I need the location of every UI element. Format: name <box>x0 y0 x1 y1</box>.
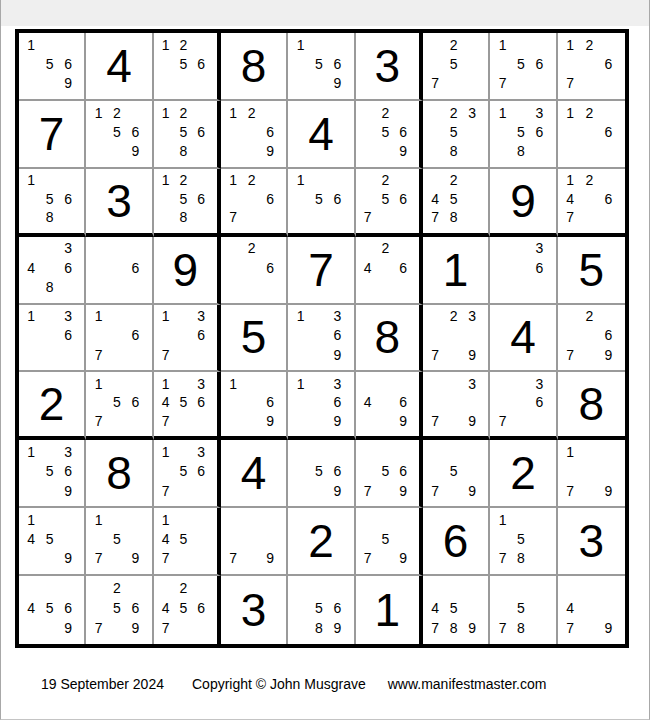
candidate-slot-empty <box>108 345 126 364</box>
cell-r8c7[interactable]: 6 <box>423 508 490 576</box>
candidate-slot-empty <box>512 258 530 277</box>
candidate-slot-empty <box>291 189 309 208</box>
candidate-slot-empty <box>261 171 279 190</box>
candidate-digit: 9 <box>599 345 618 364</box>
pencil-marks: 1269 <box>221 101 286 167</box>
pencil-marks: 367 <box>490 372 555 436</box>
candidate-digit: 1 <box>291 171 309 190</box>
cell-r5c4[interactable]: 5 <box>221 305 288 373</box>
candidate-slot-empty <box>108 239 126 258</box>
candidate-slot-empty <box>463 393 481 412</box>
candidate-digit: 5 <box>376 189 394 208</box>
candidate-slot-empty <box>426 374 444 393</box>
cell-r1c3[interactable]: 1256 <box>154 33 221 101</box>
cell-r3c5[interactable]: 156 <box>288 169 355 237</box>
candidate-slot-empty <box>108 549 126 568</box>
pencil-marks: 1569 <box>19 33 84 99</box>
candidate-slot-empty <box>192 35 210 54</box>
candidate-slot-empty <box>580 618 599 638</box>
candidate-digit: 4 <box>561 598 580 618</box>
pencil-marks: 5679 <box>356 440 419 506</box>
candidate-digit: 8 <box>174 208 192 227</box>
candidate-digit: 1 <box>493 35 511 54</box>
pencil-marks: 2379 <box>423 305 488 371</box>
candidate-slot-empty <box>493 277 511 296</box>
cell-r8c1[interactable]: 1459 <box>19 508 86 576</box>
cell-r6c4[interactable]: 169 <box>221 372 288 440</box>
pencil-marks: 1568 <box>19 169 84 233</box>
candidate-digit: 1 <box>291 35 309 54</box>
cell-r5c6[interactable]: 8 <box>356 305 423 373</box>
candidate-slot-empty <box>89 258 107 277</box>
candidate-slot-empty <box>126 103 144 122</box>
cell-r9c1[interactable]: 4569 <box>19 576 86 644</box>
candidate-slot-empty <box>192 141 210 160</box>
candidate-digit: 3 <box>59 442 77 461</box>
given-digit: 8 <box>106 450 132 496</box>
candidate-slot-empty <box>89 277 107 296</box>
candidate-digit: 6 <box>261 393 279 412</box>
candidate-digit: 4 <box>426 598 444 618</box>
cell-r7c9[interactable]: 179 <box>558 440 625 508</box>
candidate-slot-empty <box>530 530 548 549</box>
candidate-digit: 1 <box>561 103 580 122</box>
candidate-digit: 9 <box>328 74 346 93</box>
candidate-slot-empty <box>310 442 328 461</box>
candidate-digit: 4 <box>426 189 444 208</box>
cell-r5c7[interactable]: 2379 <box>423 305 490 373</box>
candidate-slot-empty <box>376 442 394 461</box>
candidate-digit: 5 <box>512 530 530 549</box>
candidate-digit: 3 <box>463 307 481 326</box>
candidate-slot-empty <box>599 171 618 190</box>
footer: 19 September 2024Copyright © John Musgra… <box>41 676 546 692</box>
candidate-digit: 2 <box>108 103 126 122</box>
candidate-digit: 7 <box>224 208 242 227</box>
candidate-slot-empty <box>59 277 77 296</box>
cell-r8c6[interactable]: 579 <box>356 508 423 576</box>
cell-r9c5[interactable]: 5689 <box>288 576 355 644</box>
candidate-slot-empty <box>463 189 481 208</box>
candidate-slot-empty <box>359 171 377 190</box>
pencil-marks: 6 <box>86 237 151 303</box>
candidate-digit: 3 <box>192 374 210 393</box>
cell-r9c2[interactable]: 25679 <box>86 576 153 644</box>
candidate-slot-empty <box>512 374 530 393</box>
cell-r2c8[interactable]: 13568 <box>490 101 557 169</box>
cell-r8c5[interactable]: 2 <box>288 508 355 576</box>
given-digit: 9 <box>510 178 536 224</box>
cell-r3c4[interactable]: 1267 <box>221 169 288 237</box>
candidate-slot-empty <box>242 189 260 208</box>
candidate-slot-empty <box>359 374 377 393</box>
candidate-slot-empty <box>426 122 444 141</box>
cell-r3c8[interactable]: 9 <box>490 169 557 237</box>
candidate-slot-empty <box>108 374 126 393</box>
candidate-digit: 3 <box>463 103 481 122</box>
candidate-digit: 5 <box>40 462 58 481</box>
cell-r8c4[interactable]: 79 <box>221 508 288 576</box>
candidate-digit: 3 <box>530 103 548 122</box>
cell-r6c1[interactable]: 2 <box>19 372 86 440</box>
cell-r1c2[interactable]: 4 <box>86 33 153 101</box>
candidate-digit: 7 <box>157 481 175 500</box>
cell-r6c2[interactable]: 1567 <box>86 372 153 440</box>
candidate-digit: 1 <box>291 307 309 326</box>
candidate-digit: 3 <box>192 307 210 326</box>
cell-r9c4[interactable]: 3 <box>221 576 288 644</box>
candidate-digit: 6 <box>126 393 144 412</box>
candidate-digit: 7 <box>89 549 107 568</box>
candidate-slot-empty <box>426 442 444 461</box>
candidate-digit: 2 <box>580 35 599 54</box>
pencil-marks: 579 <box>423 440 488 506</box>
candidate-digit: 1 <box>157 510 175 529</box>
candidate-digit: 4 <box>22 530 40 549</box>
candidate-slot-empty <box>89 393 107 412</box>
candidate-slot-empty <box>394 510 412 529</box>
candidate-digit: 6 <box>530 393 548 412</box>
cell-r8c9[interactable]: 3 <box>558 508 625 576</box>
candidate-slot-empty <box>224 122 242 141</box>
cell-r3c7[interactable]: 24578 <box>423 169 490 237</box>
candidate-slot-empty <box>359 530 377 549</box>
candidate-digit: 7 <box>89 618 107 638</box>
cell-r9c6[interactable]: 1 <box>356 576 423 644</box>
candidate-digit: 6 <box>261 189 279 208</box>
footer-website: www.manifestmaster.com <box>388 676 547 692</box>
candidate-slot-empty <box>242 374 260 393</box>
candidate-slot-empty <box>89 326 107 345</box>
pencil-marks: 1457 <box>154 508 217 574</box>
cell-r3c6[interactable]: 2567 <box>356 169 423 237</box>
candidate-digit: 9 <box>463 481 481 500</box>
candidate-slot-empty <box>426 307 444 326</box>
candidate-slot-empty <box>463 171 481 190</box>
candidate-slot-empty <box>192 481 210 500</box>
candidate-slot-empty <box>328 35 346 54</box>
candidate-digit: 6 <box>59 326 77 345</box>
candidate-slot-empty <box>224 258 242 277</box>
cell-r8c3[interactable]: 1457 <box>154 508 221 576</box>
candidate-slot-empty <box>40 74 58 93</box>
cell-r6c9[interactable]: 8 <box>558 372 625 440</box>
candidate-digit: 7 <box>359 481 377 500</box>
candidate-slot-empty <box>493 578 511 598</box>
candidate-digit: 6 <box>394 393 412 412</box>
candidate-digit: 6 <box>599 122 618 141</box>
cell-r4c4[interactable]: 26 <box>221 237 288 305</box>
cell-r3c9[interactable]: 12467 <box>558 169 625 237</box>
pencil-marks: 1369 <box>288 305 353 371</box>
candidate-digit: 9 <box>599 618 618 638</box>
candidate-slot-empty <box>376 374 394 393</box>
candidate-slot-empty <box>580 442 599 461</box>
candidate-slot-empty <box>192 412 210 431</box>
pencil-marks: 2569 <box>356 101 419 167</box>
cell-r7c3[interactable]: 13567 <box>154 440 221 508</box>
cell-r1c1[interactable]: 1569 <box>19 33 86 101</box>
candidate-digit: 6 <box>530 54 548 73</box>
cell-r3c3[interactable]: 12568 <box>154 169 221 237</box>
candidate-slot-empty <box>89 141 107 160</box>
cell-r5c9[interactable]: 2679 <box>558 305 625 373</box>
candidate-slot-empty <box>59 510 77 529</box>
candidate-slot-empty <box>310 345 328 364</box>
cell-r3c1[interactable]: 1568 <box>19 169 86 237</box>
candidate-digit: 2 <box>580 103 599 122</box>
candidate-digit: 7 <box>157 549 175 568</box>
candidate-slot-empty <box>40 578 58 598</box>
cell-r2c4[interactable]: 1269 <box>221 101 288 169</box>
cell-r1c8[interactable]: 1567 <box>490 33 557 101</box>
cell-r2c2[interactable]: 12569 <box>86 101 153 169</box>
candidate-digit: 9 <box>394 141 412 160</box>
cell-r2c5[interactable]: 4 <box>288 101 355 169</box>
cell-r5c1[interactable]: 136 <box>19 305 86 373</box>
pencil-marks: 1578 <box>490 508 555 574</box>
candidate-digit: 1 <box>22 442 40 461</box>
pencil-marks: 479 <box>558 576 625 644</box>
candidate-digit: 2 <box>376 103 394 122</box>
cell-r5c5[interactable]: 1369 <box>288 305 355 373</box>
candidate-slot-empty <box>174 307 192 326</box>
candidate-slot-empty <box>580 74 599 93</box>
pencil-marks: 246 <box>356 237 419 303</box>
cell-r8c8[interactable]: 1578 <box>490 508 557 576</box>
cell-r9c7[interactable]: 45789 <box>423 576 490 644</box>
pencil-marks: 1569 <box>288 33 353 99</box>
candidate-slot-empty <box>599 103 618 122</box>
cell-r4c5[interactable]: 7 <box>288 237 355 305</box>
cell-r9c8[interactable]: 578 <box>490 576 557 644</box>
candidate-slot-empty <box>444 481 462 500</box>
candidate-slot-empty <box>22 618 40 638</box>
candidate-slot-empty <box>224 510 242 529</box>
cell-r1c6[interactable]: 3 <box>356 33 423 101</box>
cell-r4c3[interactable]: 9 <box>154 237 221 305</box>
candidate-slot-empty <box>59 35 77 54</box>
candidate-digit: 2 <box>444 307 462 326</box>
cell-r5c3[interactable]: 1367 <box>154 305 221 373</box>
candidate-digit: 5 <box>310 189 328 208</box>
cell-r5c8[interactable]: 4 <box>490 305 557 373</box>
candidate-digit: 3 <box>530 239 548 258</box>
candidate-digit: 2 <box>580 171 599 190</box>
candidate-digit: 7 <box>359 549 377 568</box>
candidate-digit: 6 <box>328 189 346 208</box>
cell-r7c8[interactable]: 2 <box>490 440 557 508</box>
given-digit: 9 <box>173 247 199 293</box>
cell-r8c2[interactable]: 1579 <box>86 508 153 576</box>
cell-r2c9[interactable]: 126 <box>558 101 625 169</box>
candidate-digit: 2 <box>242 239 260 258</box>
candidate-digit: 9 <box>126 549 144 568</box>
candidate-slot-empty <box>580 345 599 364</box>
candidate-slot-empty <box>59 171 77 190</box>
candidate-digit: 6 <box>394 189 412 208</box>
candidate-slot-empty <box>192 345 210 364</box>
cell-r6c8[interactable]: 367 <box>490 372 557 440</box>
cell-r3c2[interactable]: 3 <box>86 169 153 237</box>
cell-r7c7[interactable]: 579 <box>423 440 490 508</box>
cell-r4c9[interactable]: 5 <box>558 237 625 305</box>
candidate-digit: 9 <box>59 618 77 638</box>
candidate-slot-empty <box>310 393 328 412</box>
candidate-slot-empty <box>40 239 58 258</box>
candidate-slot-empty <box>224 277 242 296</box>
candidate-slot-empty <box>157 462 175 481</box>
given-digit: 2 <box>510 450 536 496</box>
footer-date: 19 September 2024 <box>41 676 164 692</box>
cell-r7c6[interactable]: 5679 <box>356 440 423 508</box>
candidate-slot-empty <box>310 481 328 500</box>
cell-r7c1[interactable]: 13569 <box>19 440 86 508</box>
candidate-slot-empty <box>359 103 377 122</box>
cell-r4c2[interactable]: 6 <box>86 237 153 305</box>
candidate-digit: 9 <box>59 549 77 568</box>
candidate-slot-empty <box>599 35 618 54</box>
candidate-digit: 7 <box>89 412 107 431</box>
candidate-digit: 5 <box>512 598 530 618</box>
candidate-digit: 6 <box>599 189 618 208</box>
candidate-digit: 5 <box>444 54 462 73</box>
candidate-slot-empty <box>224 239 242 258</box>
candidate-slot-empty <box>22 326 40 345</box>
candidate-digit: 1 <box>22 171 40 190</box>
cell-r1c9[interactable]: 1267 <box>558 33 625 101</box>
candidate-slot-empty <box>530 598 548 618</box>
candidate-digit: 6 <box>126 598 144 618</box>
candidate-slot-empty <box>426 171 444 190</box>
given-digit: 7 <box>308 247 334 293</box>
candidate-slot-empty <box>89 598 107 618</box>
candidate-slot-empty <box>40 258 58 277</box>
candidate-slot-empty <box>192 208 210 227</box>
candidate-slot-empty <box>394 277 412 296</box>
pencil-marks: 13569 <box>19 440 84 506</box>
given-digit: 8 <box>375 314 401 360</box>
cell-r4c8[interactable]: 36 <box>490 237 557 305</box>
candidate-slot-empty <box>463 598 481 618</box>
candidate-slot-empty <box>310 208 328 227</box>
cell-r2c6[interactable]: 2569 <box>356 101 423 169</box>
cell-r5c2[interactable]: 167 <box>86 305 153 373</box>
candidate-slot-empty <box>126 277 144 296</box>
candidate-slot-empty <box>261 277 279 296</box>
candidate-digit: 5 <box>444 598 462 618</box>
candidate-slot-empty <box>291 326 309 345</box>
cell-r7c2[interactable]: 8 <box>86 440 153 508</box>
candidate-digit: 7 <box>561 74 580 93</box>
pencil-marks: 379 <box>423 372 488 436</box>
cell-r6c6[interactable]: 469 <box>356 372 423 440</box>
given-digit: 6 <box>443 518 469 564</box>
given-digit: 3 <box>375 43 401 89</box>
candidate-digit: 9 <box>463 345 481 364</box>
cell-r4c6[interactable]: 246 <box>356 237 423 305</box>
cell-r1c5[interactable]: 1569 <box>288 33 355 101</box>
candidate-slot-empty <box>192 103 210 122</box>
candidate-slot-empty <box>328 442 346 461</box>
candidate-slot-empty <box>463 141 481 160</box>
given-digit: 2 <box>39 381 65 427</box>
cell-r6c7[interactable]: 379 <box>423 372 490 440</box>
candidate-slot-empty <box>359 462 377 481</box>
candidate-slot-empty <box>242 258 260 277</box>
cell-r6c3[interactable]: 134567 <box>154 372 221 440</box>
candidate-slot-empty <box>376 141 394 160</box>
candidate-digit: 2 <box>174 171 192 190</box>
candidate-digit: 6 <box>192 189 210 208</box>
candidate-slot-empty <box>599 74 618 93</box>
candidate-digit: 6 <box>59 462 77 481</box>
candidate-slot-empty <box>291 54 309 73</box>
candidate-digit: 5 <box>174 598 192 618</box>
candidate-slot-empty <box>310 578 328 598</box>
cell-r6c5[interactable]: 1369 <box>288 372 355 440</box>
candidate-digit: 9 <box>261 549 279 568</box>
candidate-digit: 7 <box>426 412 444 431</box>
candidate-slot-empty <box>359 277 377 296</box>
candidate-slot-empty <box>376 208 394 227</box>
candidate-digit: 6 <box>394 462 412 481</box>
candidate-digit: 9 <box>328 618 346 638</box>
candidate-slot-empty <box>359 510 377 529</box>
cell-r4c1[interactable]: 3468 <box>19 237 86 305</box>
candidate-slot-empty <box>493 598 511 618</box>
candidate-slot-empty <box>192 578 210 598</box>
cell-r9c9[interactable]: 479 <box>558 576 625 644</box>
cell-r2c7[interactable]: 2358 <box>423 101 490 169</box>
candidate-slot-empty <box>174 345 192 364</box>
pencil-marks: 4569 <box>19 576 84 644</box>
candidate-slot-empty <box>108 510 126 529</box>
cell-r7c5[interactable]: 569 <box>288 440 355 508</box>
candidate-slot-empty <box>530 277 548 296</box>
candidate-slot-empty <box>126 374 144 393</box>
candidate-slot-empty <box>174 326 192 345</box>
pencil-marks: 1267 <box>558 33 625 99</box>
cell-r1c7[interactable]: 257 <box>423 33 490 101</box>
cell-r2c3[interactable]: 12568 <box>154 101 221 169</box>
cell-r7c4[interactable]: 4 <box>221 440 288 508</box>
cell-r2c1[interactable]: 7 <box>19 101 86 169</box>
candidate-slot-empty <box>463 326 481 345</box>
candidate-digit: 3 <box>328 307 346 326</box>
candidate-slot-empty <box>530 412 548 431</box>
pencil-marks: 167 <box>86 305 151 371</box>
candidate-digit: 7 <box>493 549 511 568</box>
candidate-digit: 6 <box>59 598 77 618</box>
candidate-slot-empty <box>599 141 618 160</box>
candidate-slot-empty <box>40 481 58 500</box>
given-digit: 1 <box>375 587 401 633</box>
candidate-digit: 7 <box>426 618 444 638</box>
candidate-digit: 1 <box>561 35 580 54</box>
candidate-digit: 2 <box>376 171 394 190</box>
candidate-slot-empty <box>89 122 107 141</box>
pencil-marks: 13568 <box>490 101 555 167</box>
cell-r1c4[interactable]: 8 <box>221 33 288 101</box>
candidate-slot-empty <box>291 345 309 364</box>
given-digit: 2 <box>308 518 334 564</box>
candidate-slot-empty <box>59 530 77 549</box>
candidate-slot-empty <box>580 141 599 160</box>
candidate-slot-empty <box>310 307 328 326</box>
cell-r9c3[interactable]: 24567 <box>154 576 221 644</box>
cell-r4c7[interactable]: 1 <box>423 237 490 305</box>
